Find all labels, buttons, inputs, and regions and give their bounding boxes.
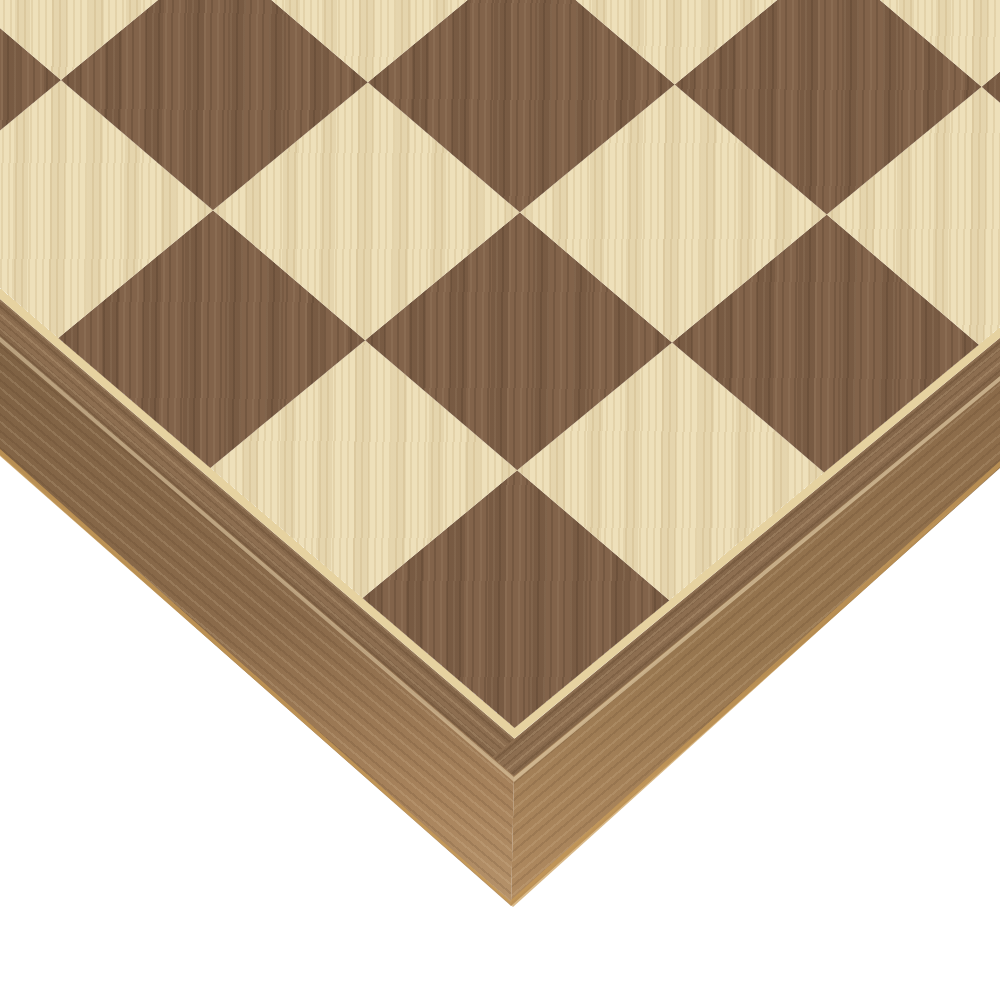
board-perspective-wrapper [0, 125, 1000, 965]
photo-canvas [0, 0, 1000, 1000]
board-top-surface [0, 0, 1000, 779]
chess-board [0, 0, 1000, 728]
